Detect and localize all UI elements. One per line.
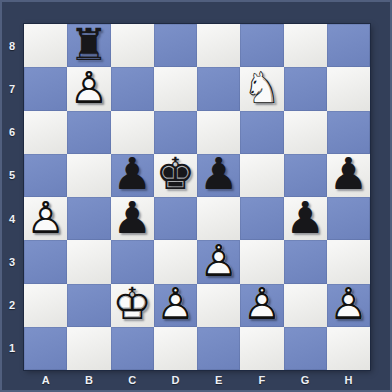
rank-label-4: 4 xyxy=(0,197,24,240)
white-king-c2[interactable]: ♚♔ xyxy=(111,284,154,327)
rank-label-5: 5 xyxy=(0,154,24,197)
rank-label-7: 7 xyxy=(0,67,24,110)
square-f6[interactable] xyxy=(240,111,283,154)
file-label-f: F xyxy=(240,369,283,390)
square-e2[interactable] xyxy=(197,284,240,327)
square-d3[interactable] xyxy=(154,240,197,283)
square-f3[interactable] xyxy=(240,240,283,283)
file-label-g: G xyxy=(284,369,327,390)
square-b6[interactable] xyxy=(67,111,110,154)
file-label-c: C xyxy=(111,369,154,390)
file-label-e: E xyxy=(197,369,240,390)
white-piece-fill-glyph: ♟ xyxy=(24,196,67,239)
white-piece-outline-glyph: ♙ xyxy=(67,66,110,109)
rank-label-2: 2 xyxy=(0,284,24,327)
square-b4[interactable] xyxy=(67,197,110,240)
square-g2[interactable] xyxy=(284,284,327,327)
square-g7[interactable] xyxy=(284,67,327,110)
square-f2[interactable]: ♟♙ xyxy=(240,284,283,327)
square-c4[interactable]: ♟ xyxy=(111,197,154,240)
white-piece-outline-glyph: ♙ xyxy=(24,196,67,239)
chess-diagram: 87654321 ABCDEFGH ♜♟♙♞♘♟♚♟♟♟♙♟♟♟♙♚♔♟♙♟♙♟… xyxy=(0,0,392,392)
square-c2[interactable]: ♚♔ xyxy=(111,284,154,327)
square-g3[interactable] xyxy=(284,240,327,283)
white-piece-outline-glyph: ♔ xyxy=(111,283,154,326)
black-pawn-h5[interactable]: ♟ xyxy=(327,154,370,197)
file-label-b: B xyxy=(67,369,110,390)
square-h5[interactable]: ♟ xyxy=(327,154,370,197)
white-piece-outline-glyph: ♙ xyxy=(240,283,283,326)
square-h3[interactable] xyxy=(327,240,370,283)
black-pawn-c4[interactable]: ♟ xyxy=(111,197,154,240)
file-label-h: H xyxy=(327,369,370,390)
square-e7[interactable] xyxy=(197,67,240,110)
black-piece-glyph: ♟ xyxy=(197,153,240,196)
square-g8[interactable] xyxy=(284,24,327,67)
square-d4[interactable] xyxy=(154,197,197,240)
white-pawn-h2[interactable]: ♟♙ xyxy=(327,284,370,327)
square-e5[interactable]: ♟ xyxy=(197,154,240,197)
square-a3[interactable] xyxy=(24,240,67,283)
square-g6[interactable] xyxy=(284,111,327,154)
file-labels: ABCDEFGH xyxy=(24,369,370,390)
square-c8[interactable] xyxy=(111,24,154,67)
square-e6[interactable] xyxy=(197,111,240,154)
square-g1[interactable] xyxy=(284,327,327,370)
square-e1[interactable] xyxy=(197,327,240,370)
square-a4[interactable]: ♟♙ xyxy=(24,197,67,240)
white-knight-f7[interactable]: ♞♘ xyxy=(240,67,283,110)
rank-label-1: 1 xyxy=(0,327,24,370)
square-a1[interactable] xyxy=(24,327,67,370)
square-a5[interactable] xyxy=(24,154,67,197)
square-c3[interactable] xyxy=(111,240,154,283)
square-a6[interactable] xyxy=(24,111,67,154)
square-c6[interactable] xyxy=(111,111,154,154)
square-g4[interactable]: ♟ xyxy=(284,197,327,240)
square-h8[interactable] xyxy=(327,24,370,67)
white-piece-outline-glyph: ♘ xyxy=(240,66,283,109)
white-pawn-a4[interactable]: ♟♙ xyxy=(24,197,67,240)
white-piece-fill-glyph: ♟ xyxy=(327,283,370,326)
square-d7[interactable] xyxy=(154,67,197,110)
square-b5[interactable] xyxy=(67,154,110,197)
square-e4[interactable] xyxy=(197,197,240,240)
square-d2[interactable]: ♟♙ xyxy=(154,284,197,327)
white-pawn-f2[interactable]: ♟♙ xyxy=(240,284,283,327)
rank-label-8: 8 xyxy=(0,24,24,67)
black-piece-glyph: ♚ xyxy=(154,153,197,196)
square-f8[interactable] xyxy=(240,24,283,67)
white-piece-outline-glyph: ♙ xyxy=(327,283,370,326)
black-rook-b8[interactable]: ♜ xyxy=(67,24,110,67)
square-b3[interactable] xyxy=(67,240,110,283)
white-piece-fill-glyph: ♟ xyxy=(240,283,283,326)
square-f1[interactable] xyxy=(240,327,283,370)
black-pawn-e5[interactable]: ♟ xyxy=(197,154,240,197)
file-label-d: D xyxy=(154,369,197,390)
white-piece-fill-glyph: ♟ xyxy=(154,283,197,326)
square-c7[interactable] xyxy=(111,67,154,110)
square-c1[interactable] xyxy=(111,327,154,370)
white-piece-outline-glyph: ♙ xyxy=(197,239,240,282)
square-f7[interactable]: ♞♘ xyxy=(240,67,283,110)
chess-board: ♜♟♙♞♘♟♚♟♟♟♙♟♟♟♙♚♔♟♙♟♙♟♙ xyxy=(24,24,370,370)
square-a8[interactable] xyxy=(24,24,67,67)
black-pawn-g4[interactable]: ♟ xyxy=(284,197,327,240)
square-c5[interactable]: ♟ xyxy=(111,154,154,197)
black-piece-glyph: ♟ xyxy=(111,153,154,196)
black-king-d5[interactable]: ♚ xyxy=(154,154,197,197)
black-piece-glyph: ♟ xyxy=(284,196,327,239)
white-piece-fill-glyph: ♟ xyxy=(67,66,110,109)
white-pawn-b7[interactable]: ♟♙ xyxy=(67,67,110,110)
rank-labels: 87654321 xyxy=(0,24,24,370)
white-pawn-d2[interactable]: ♟♙ xyxy=(154,284,197,327)
white-piece-fill-glyph: ♟ xyxy=(197,239,240,282)
square-d6[interactable] xyxy=(154,111,197,154)
square-d5[interactable]: ♚ xyxy=(154,154,197,197)
square-b7[interactable]: ♟♙ xyxy=(67,67,110,110)
white-pawn-e3[interactable]: ♟♙ xyxy=(197,240,240,283)
rank-label-3: 3 xyxy=(0,240,24,283)
black-piece-glyph: ♟ xyxy=(111,196,154,239)
file-label-a: A xyxy=(24,369,67,390)
square-h6[interactable] xyxy=(327,111,370,154)
white-piece-fill-glyph: ♚ xyxy=(111,283,154,326)
black-pawn-c5[interactable]: ♟ xyxy=(111,154,154,197)
square-a2[interactable] xyxy=(24,284,67,327)
square-e3[interactable]: ♟♙ xyxy=(197,240,240,283)
square-h7[interactable] xyxy=(327,67,370,110)
black-piece-glyph: ♟ xyxy=(327,153,370,196)
square-e8[interactable] xyxy=(197,24,240,67)
square-b8[interactable]: ♜ xyxy=(67,24,110,67)
square-h4[interactable] xyxy=(327,197,370,240)
black-piece-glyph: ♜ xyxy=(67,23,110,66)
square-g5[interactable] xyxy=(284,154,327,197)
rank-label-6: 6 xyxy=(0,111,24,154)
white-piece-fill-glyph: ♞ xyxy=(240,66,283,109)
square-h1[interactable] xyxy=(327,327,370,370)
square-d8[interactable] xyxy=(154,24,197,67)
square-a7[interactable] xyxy=(24,67,67,110)
square-d1[interactable] xyxy=(154,327,197,370)
square-f5[interactable] xyxy=(240,154,283,197)
white-piece-outline-glyph: ♙ xyxy=(154,283,197,326)
square-b2[interactable] xyxy=(67,284,110,327)
square-h2[interactable]: ♟♙ xyxy=(327,284,370,327)
square-b1[interactable] xyxy=(67,327,110,370)
square-f4[interactable] xyxy=(240,197,283,240)
